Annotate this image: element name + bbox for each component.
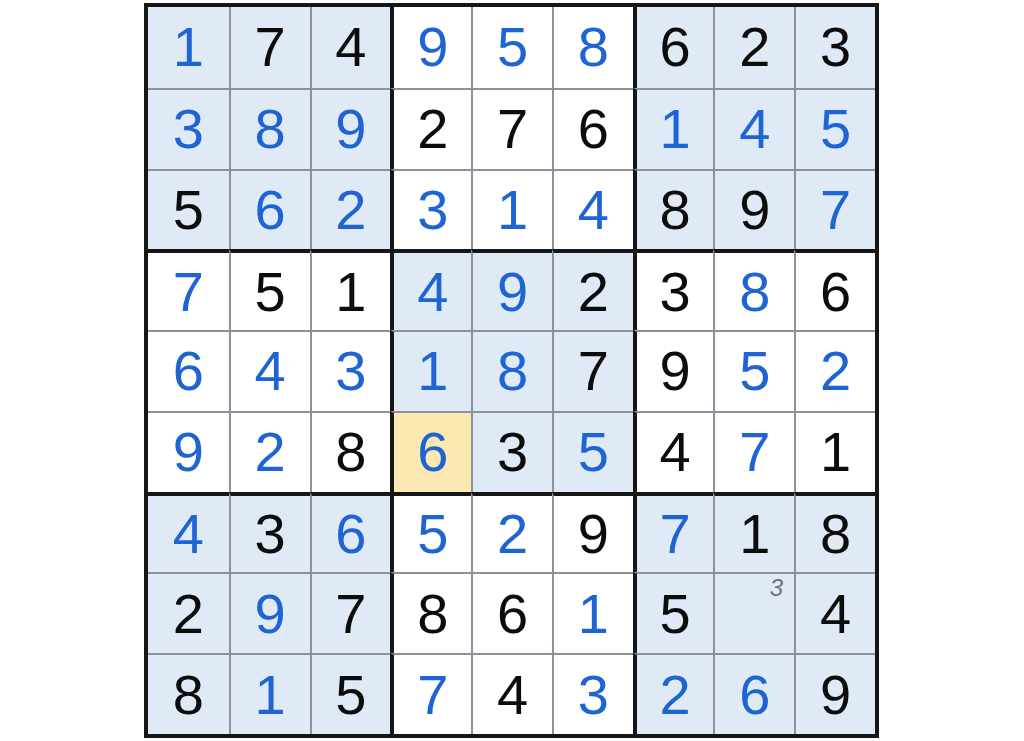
cell-r7c2[interactable]: 3: [229, 492, 310, 573]
cell-r7c3[interactable]: 6: [310, 492, 391, 573]
cell-value: 9: [659, 343, 690, 399]
cell-value: 1: [739, 506, 770, 562]
cell-r2c2[interactable]: 8: [229, 88, 310, 169]
cell-value: 5: [417, 506, 448, 562]
cell-value: 1: [255, 667, 286, 723]
cell-value: 8: [417, 586, 448, 642]
cell-r6c2[interactable]: 2: [229, 411, 310, 492]
cell-r5c4[interactable]: 1: [390, 330, 471, 411]
cell-value: 3: [255, 506, 286, 562]
cell-value: 4: [417, 264, 448, 320]
cell-value: 6: [497, 586, 528, 642]
cell-value: 4: [659, 424, 690, 480]
cell-r3c5[interactable]: 1: [471, 169, 552, 250]
cell-r5c2[interactable]: 4: [229, 330, 310, 411]
cell-r4c5[interactable]: 9: [471, 249, 552, 330]
cell-r5c1[interactable]: 6: [148, 330, 229, 411]
cell-r4c3[interactable]: 1: [310, 249, 391, 330]
cell-value: 9: [578, 506, 609, 562]
cell-r1c9[interactable]: 3: [794, 7, 875, 88]
cell-value: 8: [255, 101, 286, 157]
cell-r4c9[interactable]: 6: [794, 249, 875, 330]
cell-r2c3[interactable]: 9: [310, 88, 391, 169]
cell-r5c7[interactable]: 9: [633, 330, 714, 411]
cell-r7c4[interactable]: 5: [390, 492, 471, 573]
cell-value: 5: [497, 19, 528, 75]
cell-r2c1[interactable]: 3: [148, 88, 229, 169]
cell-value: 1: [417, 343, 448, 399]
cell-r6c8[interactable]: 7: [713, 411, 794, 492]
cell-value: 5: [820, 101, 851, 157]
cell-r1c5[interactable]: 5: [471, 7, 552, 88]
cell-value: 5: [739, 343, 770, 399]
cell-value: 3: [659, 264, 690, 320]
cell-r2c9[interactable]: 5: [794, 88, 875, 169]
cell-value: 1: [820, 424, 851, 480]
cell-r4c1[interactable]: 7: [148, 249, 229, 330]
cell-value: 2: [173, 586, 204, 642]
cell-value: 8: [578, 19, 609, 75]
cell-value: 2: [739, 19, 770, 75]
cell-value: 1: [659, 101, 690, 157]
cell-value: 6: [255, 182, 286, 238]
cell-value: 4: [173, 506, 204, 562]
cell-r1c6[interactable]: 8: [552, 7, 633, 88]
cell-value: 1: [497, 182, 528, 238]
cell-r9c6[interactable]: 3: [552, 653, 633, 734]
cell-r9c1[interactable]: 8: [148, 653, 229, 734]
cell-value: 7: [417, 667, 448, 723]
cell-r8c2[interactable]: 9: [229, 572, 310, 653]
cell-value: 5: [659, 586, 690, 642]
cell-r7c1[interactable]: 4: [148, 492, 229, 573]
cell-value: 8: [739, 264, 770, 320]
cell-value: 8: [335, 424, 366, 480]
cell-r2c7[interactable]: 1: [633, 88, 714, 169]
sudoku-board: 1 7 4 9 5 8 6 2 3 3 8 9 2 7 6 1 4 5 5 6 …: [144, 3, 879, 738]
cell-value: 8: [173, 667, 204, 723]
cell-r4c7[interactable]: 3: [633, 249, 714, 330]
cell-value: 5: [578, 424, 609, 480]
cell-value: 3: [417, 182, 448, 238]
cell-r6c6[interactable]: 5: [552, 411, 633, 492]
cell-r3c1[interactable]: 5: [148, 169, 229, 250]
cell-value: 7: [578, 343, 609, 399]
cell-value: 6: [173, 343, 204, 399]
cell-value: 6: [417, 424, 448, 480]
cell-r5c6[interactable]: 7: [552, 330, 633, 411]
cell-r4c6[interactable]: 2: [552, 249, 633, 330]
cell-r2c5[interactable]: 7: [471, 88, 552, 169]
cell-r7c9[interactable]: 8: [794, 492, 875, 573]
cell-value: 1: [173, 19, 204, 75]
cell-value: 1: [578, 586, 609, 642]
cell-r4c8[interactable]: 8: [713, 249, 794, 330]
cell-value: 9: [497, 264, 528, 320]
cell-r8c9[interactable]: 4: [794, 572, 875, 653]
cell-value: 8: [659, 182, 690, 238]
cell-value: 9: [739, 182, 770, 238]
cell-r1c8[interactable]: 2: [713, 7, 794, 88]
cell-r9c3[interactable]: 5: [310, 653, 391, 734]
cell-value: 8: [497, 343, 528, 399]
cell-r7c8[interactable]: 1: [713, 492, 794, 573]
cell-r2c6[interactable]: 6: [552, 88, 633, 169]
cell-value: 3: [820, 19, 851, 75]
cell-value: 3: [173, 101, 204, 157]
cell-value: 7: [255, 19, 286, 75]
cell-r8c1[interactable]: 2: [148, 572, 229, 653]
cell-value: 7: [173, 264, 204, 320]
cell-r4c2[interactable]: 5: [229, 249, 310, 330]
cell-value: 2: [417, 101, 448, 157]
cell-value: 7: [497, 101, 528, 157]
cell-value: 7: [820, 182, 851, 238]
cell-value: 5: [255, 264, 286, 320]
cell-value: 2: [659, 667, 690, 723]
cell-value: 4: [739, 101, 770, 157]
cell-r8c3[interactable]: 7: [310, 572, 391, 653]
cell-value: 4: [578, 182, 609, 238]
cell-r6c4-highlighted[interactable]: 6: [390, 411, 471, 492]
cell-value: 9: [335, 101, 366, 157]
cell-value: 8: [820, 506, 851, 562]
cell-value: 5: [173, 182, 204, 238]
cell-value: 6: [578, 101, 609, 157]
cell-value: 4: [255, 343, 286, 399]
cell-value: 3: [578, 667, 609, 723]
cell-r8c5[interactable]: 6: [471, 572, 552, 653]
cell-r7c6[interactable]: 9: [552, 492, 633, 573]
cell-value: 7: [739, 424, 770, 480]
cell-r3c7[interactable]: 8: [633, 169, 714, 250]
cell-r8c8-empty[interactable]: 3: [713, 572, 794, 653]
cell-r9c5[interactable]: 4: [471, 653, 552, 734]
cell-r1c2[interactable]: 7: [229, 7, 310, 88]
cell-r9c9[interactable]: 9: [794, 653, 875, 734]
cell-value: 3: [497, 424, 528, 480]
cell-r3c3[interactable]: 2: [310, 169, 391, 250]
cell-r4c4[interactable]: 4: [390, 249, 471, 330]
cell-value: 3: [335, 343, 366, 399]
cell-r1c3[interactable]: 4: [310, 7, 391, 88]
cell-value: 5: [335, 667, 366, 723]
cell-r9c2[interactable]: 1: [229, 653, 310, 734]
cell-value: 7: [335, 586, 366, 642]
cell-value: 6: [659, 19, 690, 75]
cell-r6c5[interactable]: 3: [471, 411, 552, 492]
pencil-mark-3: 3: [770, 576, 783, 600]
cell-r3c9[interactable]: 7: [794, 169, 875, 250]
cell-r5c9[interactable]: 2: [794, 330, 875, 411]
cell-r6c3[interactable]: 8: [310, 411, 391, 492]
cell-value: 6: [739, 667, 770, 723]
cell-value: 1: [335, 264, 366, 320]
cell-value: 7: [659, 506, 690, 562]
cell-value: 9: [820, 667, 851, 723]
cell-value: 9: [417, 19, 448, 75]
cell-r6c7[interactable]: 4: [633, 411, 714, 492]
cell-r9c7[interactable]: 2: [633, 653, 714, 734]
cell-value: 2: [820, 343, 851, 399]
cell-value: 6: [820, 264, 851, 320]
cell-value: 4: [497, 667, 528, 723]
cell-r3c6[interactable]: 4: [552, 169, 633, 250]
cell-value: 9: [255, 586, 286, 642]
cell-r3c8[interactable]: 9: [713, 169, 794, 250]
cell-value: 4: [820, 586, 851, 642]
cell-r5c5[interactable]: 8: [471, 330, 552, 411]
cell-r7c7[interactable]: 7: [633, 492, 714, 573]
cell-value: 2: [335, 182, 366, 238]
cell-r2c4[interactable]: 2: [390, 88, 471, 169]
cell-r9c8[interactable]: 6: [713, 653, 794, 734]
cell-r8c6[interactable]: 1: [552, 572, 633, 653]
cell-value: 9: [173, 424, 204, 480]
cell-r8c7[interactable]: 5: [633, 572, 714, 653]
cell-value: 2: [497, 506, 528, 562]
cell-r9c4[interactable]: 7: [390, 653, 471, 734]
cell-r3c2[interactable]: 6: [229, 169, 310, 250]
cell-value: 2: [578, 264, 609, 320]
cell-r5c3[interactable]: 3: [310, 330, 391, 411]
cell-value: 2: [255, 424, 286, 480]
cell-value: 6: [335, 506, 366, 562]
cell-r3c4[interactable]: 3: [390, 169, 471, 250]
cell-r7c5[interactable]: 2: [471, 492, 552, 573]
cell-r6c1[interactable]: 9: [148, 411, 229, 492]
cell-r6c9[interactable]: 1: [794, 411, 875, 492]
cell-r1c4[interactable]: 9: [390, 7, 471, 88]
cell-r1c1[interactable]: 1: [148, 7, 229, 88]
cell-r8c4[interactable]: 8: [390, 572, 471, 653]
cell-value: 4: [335, 19, 366, 75]
cell-r5c8[interactable]: 5: [713, 330, 794, 411]
cell-r1c7[interactable]: 6: [633, 7, 714, 88]
cell-r2c8[interactable]: 4: [713, 88, 794, 169]
